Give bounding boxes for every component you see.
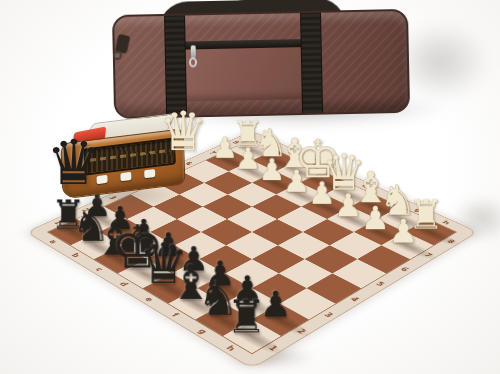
- piece-white-pawn-f7: ♟: [334, 190, 362, 222]
- piece-white-pawn-e7: ♟: [308, 178, 336, 209]
- chess-bag: [112, 7, 406, 116]
- pocket-zipper: [177, 39, 309, 50]
- bag-body: [112, 9, 410, 119]
- piece-white-pawn-h7: ♟: [389, 215, 418, 248]
- extra-black-queen: ♛: [46, 132, 102, 194]
- zipper-ring: [189, 57, 197, 67]
- extra-white-queen: ♛: [159, 105, 207, 159]
- piece-white-pawn-c7: ♟: [258, 155, 285, 185]
- piece-white-pawn-b7: ♟: [235, 144, 262, 174]
- piece-white-pawn-g7: ♟: [361, 202, 390, 234]
- square-f6: [303, 219, 354, 245]
- piece-white-pawn-d7: ♟: [283, 166, 310, 197]
- chess-set-product-photo: ♛ ♛ abcdefgh abcdefgh 87654321 87654321 …: [0, 0, 500, 374]
- clock-button-3: [144, 169, 155, 178]
- bag-front-pocket: [177, 39, 310, 102]
- bag-strap-right: [300, 13, 323, 113]
- bag-side-ring: [113, 51, 122, 60]
- piece-black-rook-h1: ♜: [226, 294, 267, 339]
- clock-button-2: [120, 172, 131, 181]
